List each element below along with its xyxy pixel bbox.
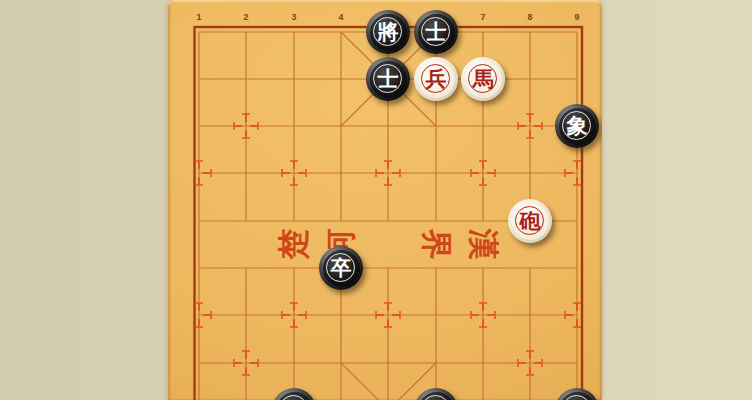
piece-red-soldier-f6r2[interactable]: 兵	[414, 57, 458, 101]
file-label-4: 4	[334, 11, 348, 23]
piece-black-piece-cut-off-f3r9[interactable]	[272, 388, 316, 400]
piece-black-advisor-f6r1[interactable]: 士	[414, 10, 458, 54]
piece-black-advisor-f5r2[interactable]: 士	[366, 57, 410, 101]
piece-glyph: 士	[366, 57, 410, 101]
file-label-1: 1	[192, 11, 206, 23]
piece-black-elephant-f9r3[interactable]: 象	[555, 104, 599, 148]
piece-black-piece-cut-off-f6r9[interactable]	[414, 388, 458, 400]
piece-red-horse-f7r2[interactable]: 馬	[461, 57, 505, 101]
piece-red-cannon-f8r5[interactable]: 砲	[508, 199, 552, 243]
piece-black-piece-cut-off-f9r9[interactable]	[555, 388, 599, 400]
piece-glyph: 象	[555, 104, 599, 148]
page: { "game": "xiangqi", "app": { "descripti…	[0, 0, 752, 400]
piece-glyph	[555, 388, 599, 400]
piece-glyph	[414, 388, 458, 400]
piece-glyph: 將	[366, 10, 410, 54]
file-label-7: 7	[476, 11, 490, 23]
piece-glyph: 士	[414, 10, 458, 54]
piece-black-general-f5r1[interactable]: 將	[366, 10, 410, 54]
xiangqi-board[interactable]: 123456789 楚河界漢 將士士兵馬象砲卒	[168, 0, 602, 400]
file-label-9: 9	[570, 11, 584, 23]
piece-glyph: 砲	[508, 199, 552, 243]
piece-glyph: 馬	[461, 57, 505, 101]
river-char-3: 界	[414, 222, 458, 266]
file-label-3: 3	[287, 11, 301, 23]
river-char-4: 漢	[461, 222, 505, 266]
piece-black-soldier-f4r6[interactable]: 卒	[319, 246, 363, 290]
file-label-8: 8	[523, 11, 537, 23]
river-char-1: 楚	[272, 222, 316, 266]
piece-glyph	[272, 388, 316, 400]
piece-glyph: 兵	[414, 57, 458, 101]
file-label-2: 2	[239, 11, 253, 23]
piece-glyph: 卒	[319, 246, 363, 290]
